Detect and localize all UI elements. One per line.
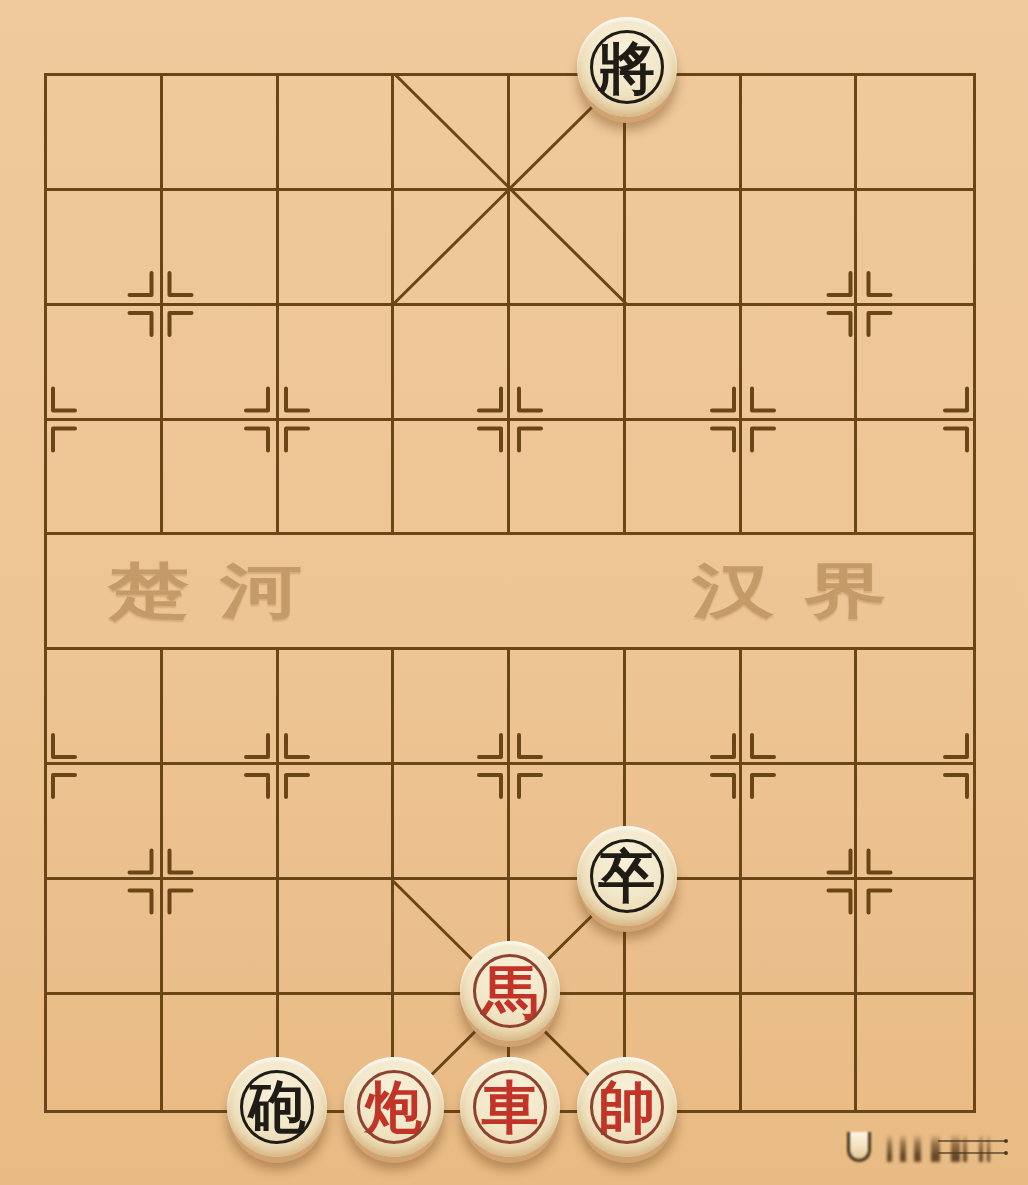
red-general-piece[interactable]: 帥 <box>577 1057 677 1157</box>
red-chariot-piece[interactable]: 車 <box>460 1057 560 1157</box>
board-cell <box>163 76 279 191</box>
watermark-stroke <box>951 1134 960 1162</box>
piece-glyph: 炮 <box>365 1077 422 1136</box>
board-cell <box>857 995 973 1110</box>
board-cell <box>626 306 742 421</box>
board-cell <box>47 995 163 1110</box>
watermark-stroke <box>887 1134 892 1162</box>
board-cell <box>510 650 626 765</box>
board-cell <box>47 76 163 191</box>
board-cell <box>857 191 973 306</box>
board-cell <box>742 880 858 995</box>
board-cell <box>47 765 163 880</box>
board-cell <box>510 306 626 421</box>
board-cell <box>626 650 742 765</box>
board-cell <box>394 306 510 421</box>
board-cell <box>163 650 279 765</box>
watermark-stroke <box>987 1134 990 1162</box>
board-cell <box>163 421 279 536</box>
board-cell <box>394 421 510 536</box>
board-cell <box>742 421 858 536</box>
board-cell <box>163 765 279 880</box>
board-cell <box>510 191 626 306</box>
board-cell <box>279 650 395 765</box>
red-horse-piece[interactable]: 馬 <box>460 941 560 1041</box>
board-cell <box>394 765 510 880</box>
board-cell <box>279 76 395 191</box>
board-cell <box>742 995 858 1110</box>
red-cannon-piece[interactable]: 炮 <box>344 1057 444 1157</box>
piece-glyph: 馬 <box>482 962 539 1021</box>
piece-glyph: 砲 <box>249 1077 306 1136</box>
board-cell <box>394 650 510 765</box>
board-cell <box>857 306 973 421</box>
watermark-stroke <box>963 1134 967 1162</box>
watermark-stroke <box>1004 1151 1008 1155</box>
blurred-watermark <box>843 1126 1015 1172</box>
piece-glyph: 車 <box>482 1077 539 1136</box>
board-cell <box>857 880 973 995</box>
river-text-left: 楚河 <box>108 550 332 635</box>
board-cell <box>394 76 510 191</box>
xiangqi-board[interactable]: 楚河 汉界 將卒馬砲炮車帥 <box>44 73 976 1113</box>
board-cell <box>279 306 395 421</box>
board-cell <box>279 765 395 880</box>
watermark-stroke <box>931 1134 940 1162</box>
board-cell <box>857 76 973 191</box>
board-cell <box>394 191 510 306</box>
board-cell <box>857 765 973 880</box>
black-cannon-piece[interactable]: 砲 <box>227 1057 327 1157</box>
board-cell <box>742 191 858 306</box>
watermark-stroke <box>938 1140 1006 1142</box>
black-soldier-piece[interactable]: 卒 <box>577 826 677 926</box>
board-cell <box>626 191 742 306</box>
board-cell <box>626 421 742 536</box>
piece-glyph: 將 <box>598 38 655 97</box>
board-cell <box>47 880 163 995</box>
board-cell <box>742 650 858 765</box>
watermark-stroke <box>1004 1139 1008 1143</box>
board-cell <box>857 421 973 536</box>
board-cell <box>279 880 395 995</box>
watermark-stroke <box>847 1132 871 1162</box>
watermark-stroke <box>914 1134 921 1162</box>
piece-glyph: 帥 <box>598 1077 655 1136</box>
river-cell <box>394 535 510 650</box>
board-cell <box>47 650 163 765</box>
piece-glyph: 卒 <box>598 846 655 905</box>
board-cell <box>742 76 858 191</box>
board-cell <box>163 306 279 421</box>
board-cell <box>163 880 279 995</box>
board-cell <box>47 191 163 306</box>
xiangqi-game-screen: 楚河 汉界 將卒馬砲炮車帥 <box>0 0 1028 1185</box>
board-cell <box>742 306 858 421</box>
board-cell <box>47 306 163 421</box>
river-cell <box>510 535 626 650</box>
board-cell <box>742 765 858 880</box>
watermark-stroke <box>979 1134 983 1162</box>
board-cell <box>510 421 626 536</box>
board-cell <box>47 421 163 536</box>
board-cell <box>163 191 279 306</box>
river-text-right: 汉界 <box>692 550 916 635</box>
board-cell <box>279 421 395 536</box>
watermark-stroke <box>938 1152 1006 1154</box>
watermark-stroke <box>900 1134 906 1162</box>
board-cell <box>279 191 395 306</box>
board-cell <box>857 650 973 765</box>
black-general-piece[interactable]: 將 <box>577 17 677 117</box>
